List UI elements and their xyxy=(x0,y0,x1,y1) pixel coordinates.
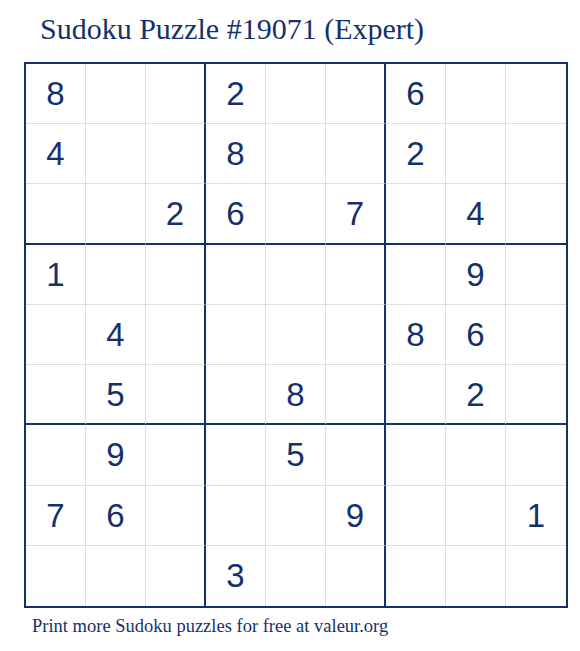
sudoku-cell-r4c1: 1 xyxy=(26,245,86,305)
sudoku-cell-r4c4 xyxy=(206,245,266,305)
sudoku-cell-r5c2: 4 xyxy=(86,305,146,365)
sudoku-cell-r7c7 xyxy=(386,425,446,485)
sudoku-cell-r7c2: 9 xyxy=(86,425,146,485)
sudoku-cell-r2c2 xyxy=(86,124,146,184)
sudoku-cell-r8c6: 9 xyxy=(326,486,386,546)
sudoku-cell-r8c9: 1 xyxy=(506,486,566,546)
sudoku-cell-r6c1 xyxy=(26,365,86,425)
sudoku-cell-r1c9 xyxy=(506,64,566,124)
sudoku-cell-r6c3 xyxy=(146,365,206,425)
page-title: Sudoku Puzzle #19071 (Expert) xyxy=(40,12,424,46)
sudoku-cell-r6c4 xyxy=(206,365,266,425)
sudoku-cell-r5c4 xyxy=(206,305,266,365)
sudoku-cell-r7c8 xyxy=(446,425,506,485)
sudoku-cell-r1c5 xyxy=(266,64,326,124)
sudoku-cell-r2c3 xyxy=(146,124,206,184)
sudoku-cell-r9c6 xyxy=(326,546,386,606)
sudoku-cell-r3c4: 6 xyxy=(206,184,266,244)
sudoku-cell-r9c8 xyxy=(446,546,506,606)
sudoku-cell-r4c6 xyxy=(326,245,386,305)
sudoku-cell-r6c8: 2 xyxy=(446,365,506,425)
sudoku-cell-r6c2: 5 xyxy=(86,365,146,425)
sudoku-cell-r1c2 xyxy=(86,64,146,124)
sudoku-cell-r7c1 xyxy=(26,425,86,485)
sudoku-cell-r3c7 xyxy=(386,184,446,244)
sudoku-cell-r8c4 xyxy=(206,486,266,546)
sudoku-cell-r3c2 xyxy=(86,184,146,244)
sudoku-cell-r5c8: 6 xyxy=(446,305,506,365)
sudoku-cell-r2c1: 4 xyxy=(26,124,86,184)
sudoku-cell-r3c5 xyxy=(266,184,326,244)
sudoku-cell-r8c5 xyxy=(266,486,326,546)
sudoku-cell-r1c6 xyxy=(326,64,386,124)
sudoku-cell-r5c7: 8 xyxy=(386,305,446,365)
sudoku-board: 8264822674194865829576913 xyxy=(24,62,568,608)
sudoku-cell-r9c5 xyxy=(266,546,326,606)
sudoku-cell-r9c3 xyxy=(146,546,206,606)
sudoku-cell-r9c9 xyxy=(506,546,566,606)
sudoku-cell-r4c8: 9 xyxy=(446,245,506,305)
sudoku-cell-r6c6 xyxy=(326,365,386,425)
sudoku-cell-r8c2: 6 xyxy=(86,486,146,546)
sudoku-cell-r8c7 xyxy=(386,486,446,546)
sudoku-cell-r9c2 xyxy=(86,546,146,606)
sudoku-cell-r1c4: 2 xyxy=(206,64,266,124)
sudoku-cell-r6c5: 8 xyxy=(266,365,326,425)
sudoku-cell-r5c1 xyxy=(26,305,86,365)
sudoku-cell-r8c3 xyxy=(146,486,206,546)
sudoku-cell-r3c6: 7 xyxy=(326,184,386,244)
sudoku-cell-r3c3: 2 xyxy=(146,184,206,244)
sudoku-cell-r2c6 xyxy=(326,124,386,184)
sudoku-cell-r7c5: 5 xyxy=(266,425,326,485)
sudoku-cell-r2c7: 2 xyxy=(386,124,446,184)
sudoku-cell-r5c6 xyxy=(326,305,386,365)
sudoku-cell-r4c5 xyxy=(266,245,326,305)
sudoku-cell-r4c2 xyxy=(86,245,146,305)
sudoku-cell-r2c8 xyxy=(446,124,506,184)
sudoku-cell-r2c5 xyxy=(266,124,326,184)
sudoku-cell-r4c3 xyxy=(146,245,206,305)
sudoku-cell-r7c3 xyxy=(146,425,206,485)
sudoku-page: Sudoku Puzzle #19071 (Expert) 8264822674… xyxy=(0,0,580,651)
sudoku-cell-r9c4: 3 xyxy=(206,546,266,606)
sudoku-cell-r7c9 xyxy=(506,425,566,485)
sudoku-cell-r1c8 xyxy=(446,64,506,124)
sudoku-cell-r8c1: 7 xyxy=(26,486,86,546)
sudoku-cell-r7c6 xyxy=(326,425,386,485)
sudoku-cell-r2c4: 8 xyxy=(206,124,266,184)
sudoku-cell-r3c1 xyxy=(26,184,86,244)
sudoku-cell-r9c1 xyxy=(26,546,86,606)
sudoku-cell-r5c9 xyxy=(506,305,566,365)
sudoku-cell-r6c7 xyxy=(386,365,446,425)
sudoku-cell-r7c4 xyxy=(206,425,266,485)
footer-text: Print more Sudoku puzzles for free at va… xyxy=(32,616,388,637)
sudoku-cell-r8c8 xyxy=(446,486,506,546)
sudoku-cell-r1c3 xyxy=(146,64,206,124)
sudoku-cell-r6c9 xyxy=(506,365,566,425)
sudoku-cell-r2c9 xyxy=(506,124,566,184)
sudoku-cell-r4c7 xyxy=(386,245,446,305)
sudoku-cell-r5c5 xyxy=(266,305,326,365)
sudoku-cell-r1c1: 8 xyxy=(26,64,86,124)
sudoku-cell-r9c7 xyxy=(386,546,446,606)
sudoku-cell-r4c9 xyxy=(506,245,566,305)
sudoku-cell-r5c3 xyxy=(146,305,206,365)
sudoku-cell-r3c8: 4 xyxy=(446,184,506,244)
sudoku-cell-r1c7: 6 xyxy=(386,64,446,124)
sudoku-cell-r3c9 xyxy=(506,184,566,244)
